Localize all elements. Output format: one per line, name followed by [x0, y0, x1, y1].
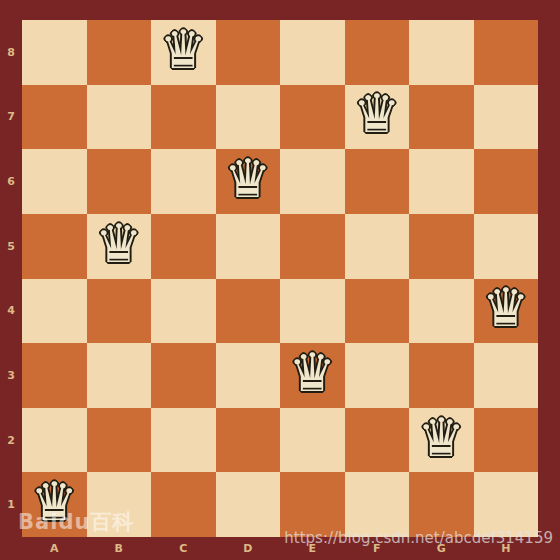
square-c8[interactable]: ♛ — [151, 20, 216, 85]
square-c6[interactable] — [151, 149, 216, 214]
square-f4[interactable] — [345, 279, 410, 344]
square-f1[interactable] — [345, 472, 410, 537]
white-queen-icon[interactable]: ♛ — [159, 23, 207, 76]
white-queen-icon[interactable]: ♛ — [353, 87, 401, 140]
rank-labels: 87654321 — [0, 20, 22, 537]
file-label-h: H — [474, 537, 539, 560]
file-label-d: D — [216, 537, 281, 560]
square-a3[interactable] — [22, 343, 87, 408]
square-d4[interactable] — [216, 279, 281, 344]
rank-label-6: 6 — [0, 149, 22, 214]
white-queen-icon[interactable]: ♛ — [417, 411, 465, 464]
square-h3[interactable] — [474, 343, 539, 408]
white-queen-icon[interactable]: ♛ — [288, 346, 336, 399]
square-e7[interactable] — [280, 85, 345, 150]
square-h2[interactable] — [474, 408, 539, 473]
white-queen-icon[interactable]: ♛ — [224, 152, 272, 205]
file-labels: ABCDEFGH — [22, 537, 538, 560]
square-b6[interactable] — [87, 149, 152, 214]
square-a8[interactable] — [22, 20, 87, 85]
square-e4[interactable] — [280, 279, 345, 344]
square-b3[interactable] — [87, 343, 152, 408]
square-h4[interactable]: ♛ — [474, 279, 539, 344]
square-a6[interactable] — [22, 149, 87, 214]
square-g7[interactable] — [409, 85, 474, 150]
square-d8[interactable] — [216, 20, 281, 85]
square-c5[interactable] — [151, 214, 216, 279]
rank-label-1: 1 — [0, 472, 22, 537]
file-label-b: B — [87, 537, 152, 560]
square-e8[interactable] — [280, 20, 345, 85]
file-label-f: F — [345, 537, 410, 560]
square-f2[interactable] — [345, 408, 410, 473]
square-f6[interactable] — [345, 149, 410, 214]
rank-label-4: 4 — [0, 279, 22, 344]
square-f3[interactable] — [345, 343, 410, 408]
square-e1[interactable] — [280, 472, 345, 537]
square-b8[interactable] — [87, 20, 152, 85]
square-b2[interactable] — [87, 408, 152, 473]
file-label-a: A — [22, 537, 87, 560]
file-label-g: G — [409, 537, 474, 560]
square-g8[interactable] — [409, 20, 474, 85]
square-g1[interactable] — [409, 472, 474, 537]
white-queen-icon[interactable]: ♛ — [30, 475, 78, 528]
square-d3[interactable] — [216, 343, 281, 408]
square-a7[interactable] — [22, 85, 87, 150]
chessboard-frame: ♛♛♛♛♛♛♛♛ 87654321 ABCDEFGH Baidu百科 https… — [0, 0, 560, 560]
rank-label-7: 7 — [0, 85, 22, 150]
square-c4[interactable] — [151, 279, 216, 344]
chessboard: ♛♛♛♛♛♛♛♛ — [22, 20, 538, 537]
square-d1[interactable] — [216, 472, 281, 537]
square-h6[interactable] — [474, 149, 539, 214]
square-a1[interactable]: ♛ — [22, 472, 87, 537]
square-f5[interactable] — [345, 214, 410, 279]
square-e5[interactable] — [280, 214, 345, 279]
square-f8[interactable] — [345, 20, 410, 85]
square-e2[interactable] — [280, 408, 345, 473]
square-c1[interactable] — [151, 472, 216, 537]
square-c2[interactable] — [151, 408, 216, 473]
square-d6[interactable]: ♛ — [216, 149, 281, 214]
square-c7[interactable] — [151, 85, 216, 150]
square-e3[interactable]: ♛ — [280, 343, 345, 408]
square-g3[interactable] — [409, 343, 474, 408]
file-label-c: C — [151, 537, 216, 560]
square-a5[interactable] — [22, 214, 87, 279]
square-b4[interactable] — [87, 279, 152, 344]
white-queen-icon[interactable]: ♛ — [482, 281, 530, 334]
rank-label-5: 5 — [0, 214, 22, 279]
square-g4[interactable] — [409, 279, 474, 344]
square-a2[interactable] — [22, 408, 87, 473]
square-b7[interactable] — [87, 85, 152, 150]
square-g2[interactable]: ♛ — [409, 408, 474, 473]
square-d5[interactable] — [216, 214, 281, 279]
square-g6[interactable] — [409, 149, 474, 214]
square-b1[interactable] — [87, 472, 152, 537]
rank-label-2: 2 — [0, 408, 22, 473]
square-h8[interactable] — [474, 20, 539, 85]
square-g5[interactable] — [409, 214, 474, 279]
square-h7[interactable] — [474, 85, 539, 150]
square-e6[interactable] — [280, 149, 345, 214]
square-f7[interactable]: ♛ — [345, 85, 410, 150]
square-h1[interactable] — [474, 472, 539, 537]
rank-label-8: 8 — [0, 20, 22, 85]
square-b5[interactable]: ♛ — [87, 214, 152, 279]
square-d7[interactable] — [216, 85, 281, 150]
square-d2[interactable] — [216, 408, 281, 473]
file-label-e: E — [280, 537, 345, 560]
white-queen-icon[interactable]: ♛ — [95, 217, 143, 270]
square-h5[interactable] — [474, 214, 539, 279]
rank-label-3: 3 — [0, 343, 22, 408]
square-a4[interactable] — [22, 279, 87, 344]
square-c3[interactable] — [151, 343, 216, 408]
